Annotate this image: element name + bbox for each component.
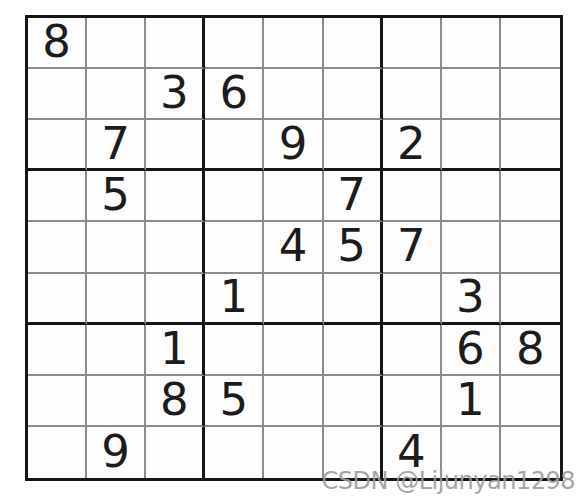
given-digit: 4 xyxy=(397,429,426,474)
cell-r4c4[interactable] xyxy=(205,171,264,222)
cell-r4c9[interactable] xyxy=(501,171,560,222)
given-digit: 1 xyxy=(456,377,485,422)
given-digit: 7 xyxy=(397,223,426,268)
cell-r4c8[interactable] xyxy=(442,171,501,222)
cell-r9c8[interactable] xyxy=(442,427,501,478)
given-digit: 9 xyxy=(279,121,308,166)
cell-r3c1[interactable] xyxy=(28,120,87,171)
cell-r8c3[interactable]: 8 xyxy=(146,376,205,427)
cell-r3c6[interactable] xyxy=(324,120,383,171)
cell-r2c8[interactable] xyxy=(442,69,501,120)
cell-r6c7[interactable] xyxy=(383,274,442,325)
cell-r4c7[interactable] xyxy=(383,171,442,222)
given-digit: 8 xyxy=(160,377,189,422)
cell-r9c4[interactable] xyxy=(205,427,264,478)
cell-r9c2[interactable]: 9 xyxy=(87,427,146,478)
cell-r8c9[interactable] xyxy=(501,376,560,427)
cell-r9c3[interactable] xyxy=(146,427,205,478)
given-digit: 3 xyxy=(456,274,485,319)
cell-r4c2[interactable]: 5 xyxy=(87,171,146,222)
given-digit: 2 xyxy=(397,121,426,166)
given-digit: 3 xyxy=(160,70,189,115)
cell-r3c3[interactable] xyxy=(146,120,205,171)
cell-r7c6[interactable] xyxy=(324,325,383,376)
given-digit: 4 xyxy=(279,223,308,268)
cell-r2c3[interactable]: 3 xyxy=(146,69,205,120)
cell-r6c2[interactable] xyxy=(87,274,146,325)
cell-r7c4[interactable] xyxy=(205,325,264,376)
cell-r6c8[interactable]: 3 xyxy=(442,274,501,325)
cell-r3c5[interactable]: 9 xyxy=(264,120,323,171)
cell-r2c4[interactable]: 6 xyxy=(205,69,264,120)
cell-r9c9[interactable] xyxy=(501,427,560,478)
cell-r2c5[interactable] xyxy=(264,69,323,120)
cell-r6c5[interactable] xyxy=(264,274,323,325)
cell-r5c8[interactable] xyxy=(442,222,501,273)
given-digit: 1 xyxy=(220,274,249,319)
cell-r1c2[interactable] xyxy=(87,18,146,69)
cell-r4c6[interactable]: 7 xyxy=(324,171,383,222)
cell-r9c7[interactable]: 4 xyxy=(383,427,442,478)
cell-r1c9[interactable] xyxy=(501,18,560,69)
given-digit: 6 xyxy=(456,326,485,371)
cell-r7c2[interactable] xyxy=(87,325,146,376)
cell-r3c4[interactable] xyxy=(205,120,264,171)
given-digit: 7 xyxy=(101,121,130,166)
cell-r7c9[interactable]: 8 xyxy=(501,325,560,376)
cell-r8c5[interactable] xyxy=(264,376,323,427)
cell-r4c1[interactable] xyxy=(28,171,87,222)
cell-r4c3[interactable] xyxy=(146,171,205,222)
cell-r9c6[interactable] xyxy=(324,427,383,478)
cell-r3c2[interactable]: 7 xyxy=(87,120,146,171)
cell-r1c1[interactable]: 8 xyxy=(28,18,87,69)
cell-r2c7[interactable] xyxy=(383,69,442,120)
cell-r4c5[interactable] xyxy=(264,171,323,222)
cell-r2c6[interactable] xyxy=(324,69,383,120)
cell-r1c8[interactable] xyxy=(442,18,501,69)
cell-r5c9[interactable] xyxy=(501,222,560,273)
cell-r6c1[interactable] xyxy=(28,274,87,325)
cell-r7c7[interactable] xyxy=(383,325,442,376)
given-digit: 9 xyxy=(101,429,130,474)
cell-r8c2[interactable] xyxy=(87,376,146,427)
cell-r5c6[interactable]: 5 xyxy=(324,222,383,273)
cell-r8c7[interactable] xyxy=(383,376,442,427)
cell-r6c4[interactable]: 1 xyxy=(205,274,264,325)
given-digit: 6 xyxy=(220,70,249,115)
cell-r7c8[interactable]: 6 xyxy=(442,325,501,376)
cell-r9c1[interactable] xyxy=(28,427,87,478)
cell-r3c8[interactable] xyxy=(442,120,501,171)
cell-r2c9[interactable] xyxy=(501,69,560,120)
given-digit: 5 xyxy=(337,223,366,268)
cell-r5c3[interactable] xyxy=(146,222,205,273)
cell-r5c2[interactable] xyxy=(87,222,146,273)
cell-r1c6[interactable] xyxy=(324,18,383,69)
cell-r1c7[interactable] xyxy=(383,18,442,69)
sudoku-board: 836792574571316885194 xyxy=(25,15,563,481)
cell-r9c5[interactable] xyxy=(264,427,323,478)
cell-r7c3[interactable]: 1 xyxy=(146,325,205,376)
cell-r6c6[interactable] xyxy=(324,274,383,325)
cell-r5c7[interactable]: 7 xyxy=(383,222,442,273)
given-digit: 5 xyxy=(220,377,249,422)
given-digit: 8 xyxy=(516,326,545,371)
cell-r8c1[interactable] xyxy=(28,376,87,427)
cell-r5c1[interactable] xyxy=(28,222,87,273)
given-digit: 5 xyxy=(101,172,130,217)
cell-r1c3[interactable] xyxy=(146,18,205,69)
cell-r5c5[interactable]: 4 xyxy=(264,222,323,273)
cell-r1c4[interactable] xyxy=(205,18,264,69)
cell-r6c3[interactable] xyxy=(146,274,205,325)
given-digit: 8 xyxy=(42,19,71,64)
cell-r7c1[interactable] xyxy=(28,325,87,376)
cell-r6c9[interactable] xyxy=(501,274,560,325)
cell-r2c1[interactable] xyxy=(28,69,87,120)
given-digit: 1 xyxy=(160,326,189,371)
cell-r3c9[interactable] xyxy=(501,120,560,171)
cell-r1c5[interactable] xyxy=(264,18,323,69)
cell-r5c4[interactable] xyxy=(205,222,264,273)
cell-r8c4[interactable]: 5 xyxy=(205,376,264,427)
cell-r7c5[interactable] xyxy=(264,325,323,376)
cell-r8c6[interactable] xyxy=(324,376,383,427)
cell-r3c7[interactable]: 2 xyxy=(383,120,442,171)
cell-r2c2[interactable] xyxy=(87,69,146,120)
given-digit: 7 xyxy=(337,172,366,217)
cell-r8c8[interactable]: 1 xyxy=(442,376,501,427)
